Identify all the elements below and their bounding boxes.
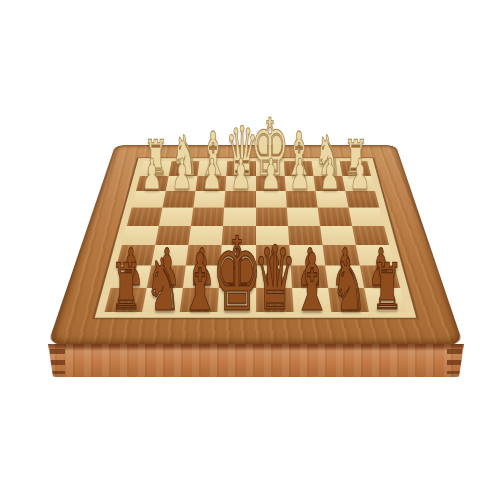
chessboard-photo: ♜♞♝♛♚♝♞♜♟♟♟♟♟♟♟♟♟♟♟♟♟♟♟♟♜♞♝♚♛♝♞♜ xyxy=(0,0,500,500)
dark-rook-piece[interactable]: ♜ xyxy=(110,255,142,319)
square-r4c2[interactable] xyxy=(159,208,193,226)
finger-joint-left xyxy=(50,349,65,374)
dark-knight-piece[interactable]: ♞ xyxy=(331,248,367,320)
dark-queen-piece[interactable]: ♛ xyxy=(253,235,297,324)
light-pawn-piece[interactable]: ♟ xyxy=(172,154,193,197)
light-pawn-piece[interactable]: ♟ xyxy=(290,154,311,197)
light-pawn-piece[interactable]: ♟ xyxy=(260,154,281,197)
light-pawn-piece[interactable]: ♟ xyxy=(349,154,370,197)
light-pawn-piece[interactable]: ♟ xyxy=(142,154,163,197)
dark-rook-piece[interactable]: ♜ xyxy=(371,255,403,319)
light-pawn-piece[interactable]: ♟ xyxy=(201,154,222,197)
light-pawn-piece[interactable]: ♟ xyxy=(320,154,341,197)
finger-joint-right xyxy=(447,349,462,374)
light-pawn-piece[interactable]: ♟ xyxy=(231,154,252,197)
dark-bishop-piece[interactable]: ♝ xyxy=(292,243,331,322)
square-r4c8[interactable] xyxy=(348,208,384,226)
square-r4c1[interactable] xyxy=(127,208,163,226)
square-r4c6[interactable] xyxy=(286,208,319,226)
case-front-face xyxy=(48,344,464,377)
square-r4c7[interactable] xyxy=(317,208,351,226)
dark-knight-piece[interactable]: ♞ xyxy=(145,248,181,320)
